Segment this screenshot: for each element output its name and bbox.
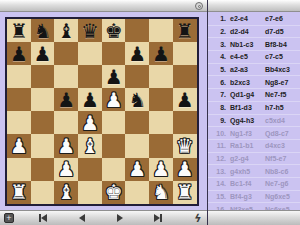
lightning-icon: ϟ <box>193 213 202 224</box>
move-number: 4. <box>208 53 229 60</box>
square-g8[interactable] <box>149 19 173 42</box>
square-g5[interactable] <box>149 88 173 111</box>
white-move[interactable]: Ra1-b1 <box>229 142 265 149</box>
piece-white-pawn[interactable]: ♟ <box>105 90 123 110</box>
black-move[interactable]: Qd8-c7 <box>265 130 300 137</box>
piece-white-rook[interactable]: ♜ <box>176 182 194 202</box>
move-number: 9. <box>208 117 229 124</box>
white-move[interactable]: g2-g4 <box>229 155 265 162</box>
square-c2[interactable]: ♟ <box>54 158 78 181</box>
move-row-6: 6.b2xc3Ng8-e7 <box>208 76 300 89</box>
square-e7[interactable] <box>102 42 126 65</box>
square-e3[interactable] <box>102 134 126 157</box>
white-move[interactable]: Qd1-g4 <box>229 91 265 98</box>
white-move[interactable]: Bf1-d3 <box>229 104 265 111</box>
square-c8[interactable]: ♝ <box>54 19 78 42</box>
piece-white-bishop[interactable]: ♝ <box>81 136 99 156</box>
square-d8[interactable]: ♛ <box>78 19 102 42</box>
piece-black-queen[interactable]: ♛ <box>81 21 99 41</box>
move-number: 13. <box>208 168 229 175</box>
square-a8[interactable]: ♜ <box>7 19 31 42</box>
square-d5[interactable]: ♟ <box>78 88 102 111</box>
previous-move-button[interactable] <box>73 212 91 224</box>
square-f5[interactable]: ♞ <box>125 88 149 111</box>
piece-white-pawn[interactable]: ♟ <box>152 159 170 179</box>
toolbar-pill-button[interactable] <box>195 2 203 10</box>
move-row-10: 10.Ng1-f3Qd8-c7 <box>208 127 300 140</box>
move-row-1: 1.e2-e4e7-e6 <box>208 13 300 26</box>
square-e1[interactable]: ♚ <box>102 181 126 204</box>
piece-white-knight[interactable]: ♞ <box>152 182 170 202</box>
black-move[interactable]: d4xc3 <box>265 142 300 149</box>
black-move[interactable]: Bb4xc3 <box>265 66 300 73</box>
move-number: 3. <box>208 41 229 48</box>
white-move[interactable]: e2-e4 <box>229 15 265 22</box>
move-number: 2. <box>208 28 229 35</box>
last-move-button[interactable] <box>149 212 167 224</box>
move-row-12: 12.g2-g4Nf5-e7 <box>208 153 300 166</box>
square-h8[interactable]: ♜ <box>173 19 197 42</box>
black-move[interactable]: c7-c5 <box>265 53 300 60</box>
black-move[interactable]: d7-d5 <box>265 28 300 35</box>
square-f6[interactable] <box>125 65 149 88</box>
square-b8[interactable]: ♞ <box>31 19 55 42</box>
move-number: 6. <box>208 79 229 86</box>
next-move-button[interactable] <box>111 212 129 224</box>
black-move[interactable]: Nf5-e7 <box>265 155 300 162</box>
move-number: 12. <box>208 155 229 162</box>
square-d2[interactable] <box>78 158 102 181</box>
add-button[interactable]: + <box>4 213 14 223</box>
square-a6[interactable] <box>7 65 31 88</box>
square-c4[interactable] <box>54 111 78 134</box>
square-g4[interactable] <box>149 111 173 134</box>
skip-to-end-icon <box>160 214 162 222</box>
plus-icon: + <box>6 213 11 223</box>
piece-black-knight[interactable]: ♞ <box>128 90 146 110</box>
first-move-button[interactable] <box>34 212 52 224</box>
piece-black-rook[interactable]: ♜ <box>10 21 28 41</box>
move-number: 11. <box>208 142 229 149</box>
square-d6[interactable] <box>78 65 102 88</box>
square-c1[interactable]: ♝ <box>54 181 78 204</box>
square-c6[interactable] <box>54 65 78 88</box>
square-f4[interactable] <box>125 111 149 134</box>
move-row-15: 15.Bf4-g3Ng6xe5 <box>208 191 300 204</box>
square-e2[interactable] <box>102 158 126 181</box>
square-a7[interactable]: ♟ <box>7 42 31 65</box>
black-move[interactable]: Ne7-g6 <box>265 180 300 187</box>
square-g1[interactable]: ♞ <box>149 181 173 204</box>
move-number: 7. <box>208 91 229 98</box>
piece-white-rook[interactable]: ♜ <box>10 182 28 202</box>
square-h6[interactable] <box>173 65 197 88</box>
black-move[interactable]: Ne7-f5 <box>265 91 300 98</box>
chess-app-window: ♜♞♝♛♚♜♟♟♟♟♟♟♟♟♞♟♟♟♟♝♛♟♟♟♟♜♝♚♞♜ 1.e2-e4e7… <box>0 0 300 225</box>
black-move[interactable]: Nb8-c6 <box>265 168 300 175</box>
toolbar <box>0 0 300 12</box>
piece-white-queen[interactable]: ♛ <box>176 136 194 156</box>
piece-black-pawn[interactable]: ♟ <box>34 44 52 64</box>
square-b3[interactable] <box>31 134 55 157</box>
square-a5[interactable] <box>7 88 31 111</box>
move-row-8: 8.Bf1-d3h7-h5 <box>208 102 300 115</box>
square-e5[interactable]: ♟ <box>102 88 126 111</box>
piece-white-pawn[interactable]: ♟ <box>128 159 146 179</box>
square-b4[interactable] <box>31 111 55 134</box>
transport-bar: + ϟ <box>0 210 300 225</box>
square-e6[interactable]: ♟ <box>102 65 126 88</box>
white-move[interactable]: d2-d4 <box>229 28 265 35</box>
move-number: 10. <box>208 130 229 137</box>
white-move[interactable]: e4-e5 <box>229 53 265 60</box>
piece-black-pawn[interactable]: ♟ <box>176 90 194 110</box>
square-h1[interactable]: ♜ <box>173 181 197 204</box>
move-row-9: 9.Qg4-h3c5xd4 <box>208 115 300 128</box>
white-move[interactable]: Qg4-h3 <box>229 117 265 124</box>
square-f1[interactable] <box>125 181 149 204</box>
piece-black-pawn[interactable]: ♟ <box>81 90 99 110</box>
move-row-4: 4.e4-e5c7-c5 <box>208 51 300 64</box>
chess-board: ♜♞♝♛♚♜♟♟♟♟♟♟♟♟♞♟♟♟♟♝♛♟♟♟♟♜♝♚♞♜ <box>5 17 199 206</box>
move-list: 1.e2-e4e7-e62.d2-d4d7-d53.Nb1-c3Bf8-b44.… <box>208 12 300 210</box>
piece-black-pawn[interactable]: ♟ <box>105 67 123 87</box>
piece-white-king[interactable]: ♚ <box>105 182 123 202</box>
square-c7[interactable] <box>54 42 78 65</box>
black-move[interactable]: c5xd4 <box>265 117 300 124</box>
piece-black-king[interactable]: ♚ <box>105 21 123 41</box>
white-move[interactable]: Ng1-f3 <box>229 130 265 137</box>
next-icon <box>117 214 123 222</box>
square-b5[interactable] <box>31 88 55 111</box>
piece-white-pawn[interactable]: ♟ <box>57 136 75 156</box>
square-f3[interactable] <box>125 134 149 157</box>
black-move[interactable]: Ng8-e7 <box>265 79 300 86</box>
square-b7[interactable]: ♟ <box>31 42 55 65</box>
white-move[interactable]: g4xh5 <box>229 168 265 175</box>
move-row-14: 14.Bc1-f4Ne7-g6 <box>208 178 300 191</box>
square-f7[interactable]: ♟ <box>125 42 149 65</box>
move-number: 15. <box>208 193 229 200</box>
piece-white-pawn[interactable]: ♟ <box>10 136 28 156</box>
square-c3[interactable]: ♟ <box>54 134 78 157</box>
move-row-7: 7.Qd1-g4Ne7-f5 <box>208 89 300 102</box>
square-f8[interactable] <box>125 19 149 42</box>
square-b6[interactable] <box>31 65 55 88</box>
piece-black-pawn[interactable]: ♟ <box>57 90 75 110</box>
square-a4[interactable] <box>7 111 31 134</box>
square-h3[interactable]: ♛ <box>173 134 197 157</box>
square-h5[interactable]: ♟ <box>173 88 197 111</box>
square-g2[interactable]: ♟ <box>149 158 173 181</box>
black-move[interactable]: h7-h5 <box>265 104 300 111</box>
square-f2[interactable]: ♟ <box>125 158 149 181</box>
move-number: 8. <box>208 104 229 111</box>
square-d4[interactable]: ♟ <box>78 111 102 134</box>
square-b1[interactable] <box>31 181 55 204</box>
move-row-5: 5.a2-a3Bb4xc3 <box>208 64 300 77</box>
concentric-circles-icon <box>198 5 201 8</box>
square-h7[interactable] <box>173 42 197 65</box>
black-move[interactable]: Ng6xe5 <box>265 193 300 200</box>
square-h2[interactable]: ♟ <box>173 158 197 181</box>
engine-move-button[interactable]: ϟ <box>189 212 207 224</box>
piece-black-bishop[interactable]: ♝ <box>57 21 75 41</box>
square-g6[interactable] <box>149 65 173 88</box>
square-g7[interactable]: ♟ <box>149 42 173 65</box>
move-row-3: 3.Nb1-c3Bf8-b4 <box>208 38 300 51</box>
piece-black-pawn[interactable]: ♟ <box>128 44 146 64</box>
piece-black-pawn[interactable]: ♟ <box>10 44 28 64</box>
piece-black-rook[interactable]: ♜ <box>176 21 194 41</box>
move-row-13: 13.g4xh5Nb8-c6 <box>208 165 300 178</box>
white-move[interactable]: Nb1-c3 <box>229 41 265 48</box>
piece-white-bishop[interactable]: ♝ <box>57 182 75 202</box>
move-row-2: 2.d2-d4d7-d5 <box>208 26 300 39</box>
square-e4[interactable] <box>102 111 126 134</box>
piece-white-pawn[interactable]: ♟ <box>57 159 75 179</box>
piece-black-pawn[interactable]: ♟ <box>152 44 170 64</box>
square-d1[interactable] <box>78 181 102 204</box>
white-move[interactable]: Bc1-f4 <box>229 180 265 187</box>
square-h4[interactable] <box>173 111 197 134</box>
square-a3[interactable]: ♟ <box>7 134 31 157</box>
black-move[interactable]: Bf8-b4 <box>265 41 300 48</box>
square-c5[interactable]: ♟ <box>54 88 78 111</box>
move-number: 1. <box>208 15 229 22</box>
square-e8[interactable]: ♚ <box>102 19 126 42</box>
white-move[interactable]: b2xc3 <box>229 79 265 86</box>
black-move[interactable]: e7-e6 <box>265 15 300 22</box>
piece-white-pawn[interactable]: ♟ <box>81 113 99 133</box>
square-d3[interactable]: ♝ <box>78 134 102 157</box>
square-g3[interactable] <box>149 134 173 157</box>
square-a2[interactable] <box>7 158 31 181</box>
piece-black-knight[interactable]: ♞ <box>34 21 52 41</box>
square-a1[interactable]: ♜ <box>7 181 31 204</box>
previous-icon <box>79 214 85 222</box>
white-move[interactable]: a2-a3 <box>229 66 265 73</box>
move-number: 5. <box>208 66 229 73</box>
white-move[interactable]: Bf4-g3 <box>229 193 265 200</box>
move-number: 14. <box>208 180 229 187</box>
square-b2[interactable] <box>31 158 55 181</box>
pane-divider <box>207 0 208 225</box>
skip-to-start-icon <box>41 214 47 222</box>
move-row-16: 16.Nf3xe5Nc6xe5 <box>208 203 300 210</box>
move-row-11: 11.Ra1-b1d4xc3 <box>208 140 300 153</box>
square-d7[interactable] <box>78 42 102 65</box>
piece-white-pawn[interactable]: ♟ <box>176 159 194 179</box>
